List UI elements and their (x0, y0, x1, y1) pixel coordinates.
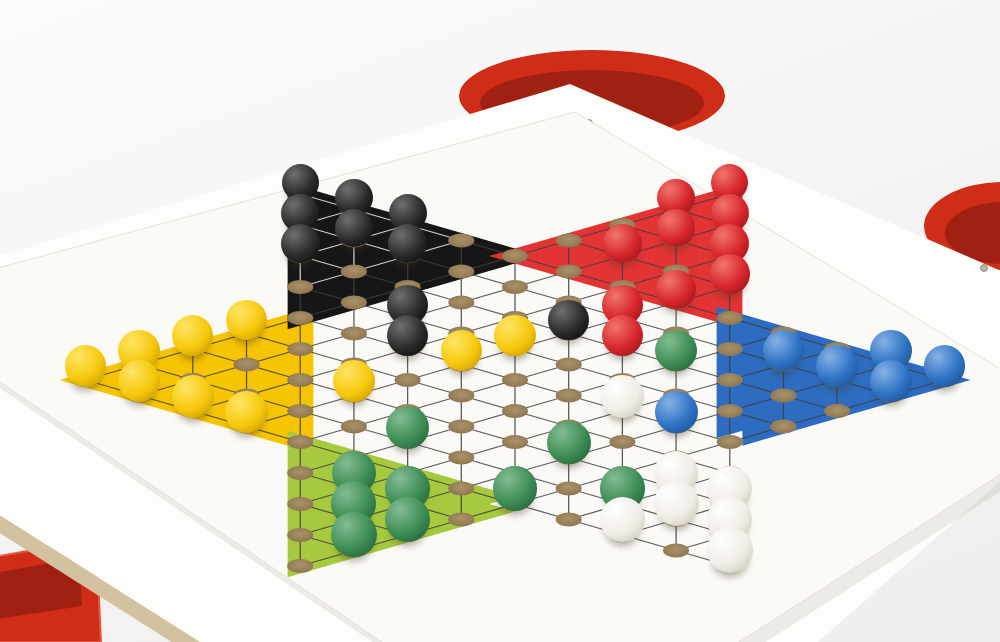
marble-blue[interactable] (924, 345, 966, 387)
marble-black[interactable] (387, 315, 428, 356)
chinese-checkers-photo-scene (0, 0, 1000, 642)
marble-yellow[interactable] (226, 300, 267, 341)
marble-yellow[interactable] (172, 375, 215, 418)
marble-white[interactable] (600, 497, 645, 542)
marble-yellow[interactable] (441, 330, 482, 371)
marble-blue[interactable] (763, 330, 804, 371)
marble-red[interactable] (602, 315, 643, 356)
marble-blue[interactable] (655, 391, 698, 434)
marble-yellow[interactable] (494, 315, 535, 356)
marble-yellow[interactable] (118, 360, 160, 402)
marble-black[interactable] (335, 209, 373, 247)
marble-green[interactable] (386, 406, 429, 449)
marble-black[interactable] (388, 224, 427, 263)
marble-white[interactable] (601, 375, 644, 418)
marble-red[interactable] (710, 254, 750, 294)
marble-red[interactable] (656, 270, 696, 310)
marble-yellow[interactable] (333, 360, 375, 402)
marble-yellow[interactable] (65, 345, 107, 387)
marble-blue[interactable] (816, 345, 858, 387)
marble-red[interactable] (603, 224, 642, 263)
marble-layer (0, 0, 1000, 642)
marble-red[interactable] (657, 209, 695, 247)
marble-yellow[interactable] (172, 315, 213, 356)
marble-green[interactable] (385, 497, 430, 542)
marble-yellow[interactable] (225, 391, 268, 434)
marble-green[interactable] (655, 330, 696, 371)
marble-white[interactable] (654, 481, 699, 526)
marble-black[interactable] (548, 300, 589, 341)
marble-green[interactable] (331, 512, 377, 558)
marble-black[interactable] (281, 224, 320, 263)
marble-green[interactable] (493, 466, 538, 511)
marble-green[interactable] (547, 421, 591, 465)
marble-blue[interactable] (870, 360, 912, 402)
marble-white[interactable] (707, 527, 753, 573)
